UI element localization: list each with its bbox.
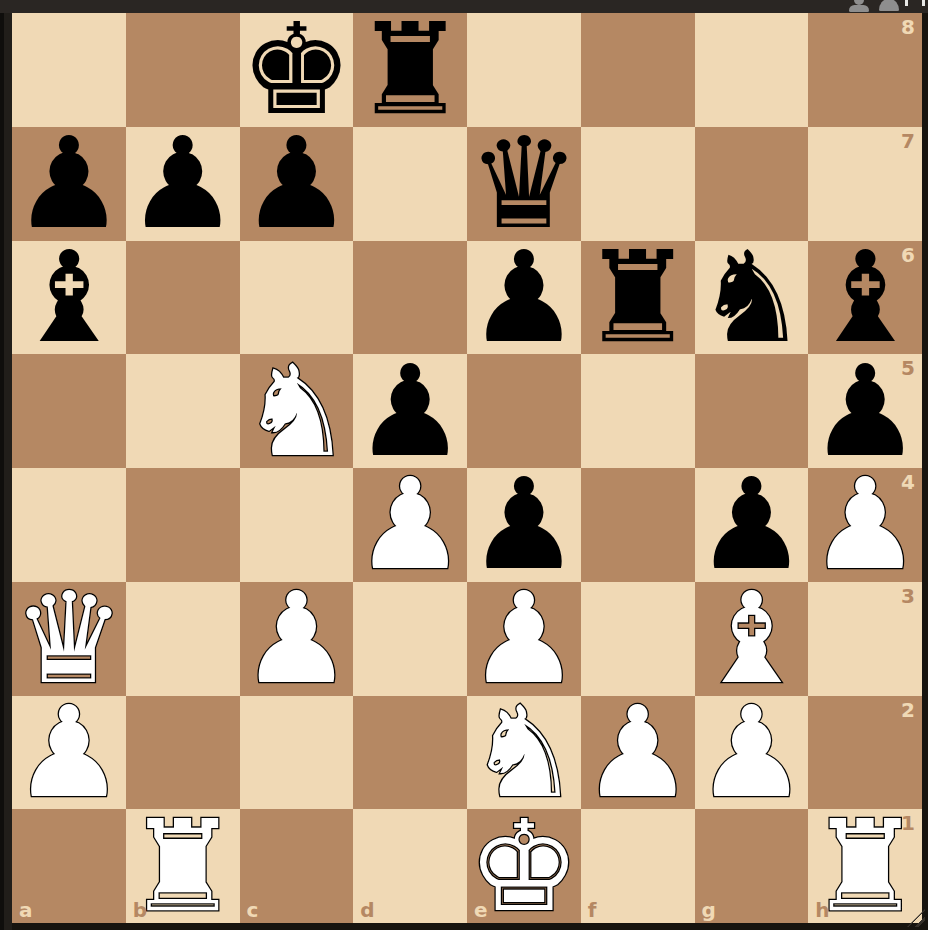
square-f5[interactable] (581, 354, 695, 468)
square-f1[interactable]: f (581, 809, 695, 923)
rank-label-7: 7 (901, 131, 915, 151)
pawn-icon[interactable] (879, 0, 899, 11)
window-topbar (0, 0, 928, 13)
square-c5[interactable]: ♞ (240, 354, 354, 468)
square-f8[interactable] (581, 13, 695, 127)
square-f2[interactable]: ♟ (581, 696, 695, 810)
rank-label-3: 3 (901, 586, 915, 606)
white-rook[interactable]: ♜ (809, 810, 922, 923)
rank-label-2: 2 (901, 700, 915, 720)
square-d3[interactable] (353, 582, 467, 696)
white-knight[interactable]: ♞ (240, 355, 353, 468)
square-d2[interactable] (353, 696, 467, 810)
white-pawn[interactable]: ♟ (12, 696, 125, 809)
square-a1[interactable]: a (12, 809, 126, 923)
square-a5[interactable] (12, 354, 126, 468)
white-pawn[interactable]: ♟ (240, 582, 353, 695)
square-d7[interactable] (353, 127, 467, 241)
black-bishop[interactable]: ♝ (809, 241, 922, 354)
white-pawn[interactable]: ♟ (809, 468, 922, 581)
square-h1[interactable]: 1h♜ (808, 809, 922, 923)
black-rook[interactable]: ♜ (354, 13, 467, 126)
file-label-f: f (588, 900, 597, 920)
window-left-edge (0, 0, 12, 930)
white-knight[interactable]: ♞ (467, 696, 580, 809)
square-g1[interactable]: g (695, 809, 809, 923)
square-a6[interactable]: ♝ (12, 241, 126, 355)
file-label-a: a (19, 900, 33, 920)
square-d1[interactable]: d (353, 809, 467, 923)
white-pawn[interactable]: ♟ (581, 696, 694, 809)
square-f4[interactable] (581, 468, 695, 582)
square-b7[interactable]: ♟ (126, 127, 240, 241)
file-label-g: g (702, 900, 716, 920)
square-h3[interactable]: 3 (808, 582, 922, 696)
square-c3[interactable]: ♟ (240, 582, 354, 696)
square-c7[interactable]: ♟ (240, 127, 354, 241)
black-pawn[interactable]: ♟ (467, 241, 580, 354)
white-rook[interactable]: ♜ (126, 810, 239, 923)
file-label-d: d (360, 900, 374, 920)
cropped-icon[interactable] (905, 0, 925, 6)
white-pawn[interactable]: ♟ (695, 696, 808, 809)
cropped-icon-right-bar (922, 0, 925, 6)
square-h4[interactable]: 4♟ (808, 468, 922, 582)
cropped-icon-left-bar (905, 0, 908, 6)
file-label-c: c (247, 900, 259, 920)
square-d8[interactable]: ♜ (353, 13, 467, 127)
black-pawn[interactable]: ♟ (240, 127, 353, 240)
square-c2[interactable] (240, 696, 354, 810)
rank-label-8: 8 (901, 17, 915, 37)
square-c1[interactable]: c (240, 809, 354, 923)
square-b6[interactable] (126, 241, 240, 355)
square-b4[interactable] (126, 468, 240, 582)
black-rook[interactable]: ♜ (581, 241, 694, 354)
square-f6[interactable]: ♜ (581, 241, 695, 355)
white-pawn[interactable]: ♟ (354, 468, 467, 581)
square-b1[interactable]: b♜ (126, 809, 240, 923)
square-d4[interactable]: ♟ (353, 468, 467, 582)
white-king[interactable]: ♚ (467, 810, 580, 923)
user-icon[interactable] (849, 0, 869, 13)
square-g6[interactable]: ♞ (695, 241, 809, 355)
chess-board[interactable]: ♚♜8♟♟♟♛7♝♟♜♞6♝♞♟5♟♟♟♟4♟♛♟♟♝3♟♞♟♟2ab♜cde♚… (12, 13, 922, 923)
square-g2[interactable]: ♟ (695, 696, 809, 810)
black-knight[interactable]: ♞ (695, 241, 808, 354)
square-e6[interactable]: ♟ (467, 241, 581, 355)
square-b5[interactable] (126, 354, 240, 468)
square-e1[interactable]: e♚ (467, 809, 581, 923)
black-bishop[interactable]: ♝ (12, 241, 125, 354)
square-h8[interactable]: 8 (808, 13, 922, 127)
black-pawn[interactable]: ♟ (126, 127, 239, 240)
square-b3[interactable] (126, 582, 240, 696)
user-icon-shoulders (849, 5, 869, 12)
square-g8[interactable] (695, 13, 809, 127)
square-a2[interactable]: ♟ (12, 696, 126, 810)
